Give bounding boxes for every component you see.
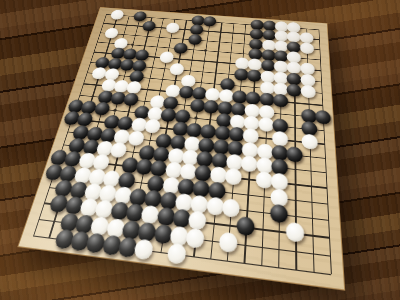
- stone-white[interactable]: [286, 222, 305, 243]
- stone-white[interactable]: [221, 198, 240, 218]
- stone-black[interactable]: [122, 92, 140, 106]
- stone-black[interactable]: [173, 42, 188, 54]
- stone-white[interactable]: [300, 42, 314, 54]
- stone-white[interactable]: [165, 23, 180, 34]
- stone-white[interactable]: [104, 27, 120, 38]
- star-point: [204, 49, 207, 52]
- stone-black[interactable]: [142, 21, 157, 32]
- stone-black[interactable]: [236, 216, 255, 237]
- stone-white[interactable]: [110, 9, 125, 20]
- stone-white[interactable]: [300, 85, 315, 99]
- star-point: [113, 109, 117, 112]
- star-point: [131, 43, 134, 45]
- stone-white[interactable]: [169, 63, 185, 76]
- stone-white[interactable]: [301, 134, 318, 151]
- stone-white[interactable]: [166, 243, 187, 265]
- stone-white[interactable]: [224, 168, 242, 186]
- stone-white[interactable]: [185, 227, 205, 248]
- stone-black[interactable]: [270, 204, 288, 224]
- stone-black[interactable]: [315, 110, 331, 125]
- stone-white[interactable]: [127, 130, 146, 146]
- stone-black[interactable]: [133, 11, 148, 22]
- stone-black[interactable]: [202, 16, 216, 27]
- star-point: [194, 116, 198, 119]
- stone-black[interactable]: [273, 94, 288, 109]
- stone-white[interactable]: [144, 119, 162, 135]
- stone-black[interactable]: [187, 34, 202, 46]
- stone-white[interactable]: [159, 51, 175, 63]
- stone-black[interactable]: [287, 146, 304, 163]
- stone-white[interactable]: [218, 231, 238, 253]
- photo-scene: [0, 0, 400, 300]
